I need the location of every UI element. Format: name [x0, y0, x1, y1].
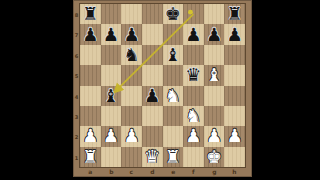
- square-a3[interactable]: [80, 106, 101, 126]
- squares-grid: ♜♚♜♟♟♟♟♟♟♞♝♛♝♝♟♞♞♟♟♟♟♟♟♜♛♜♚: [80, 4, 245, 167]
- square-g8[interactable]: [204, 4, 225, 24]
- file-label-f: f: [185, 168, 203, 177]
- square-f6[interactable]: [183, 45, 204, 65]
- piece-black-pawn[interactable]: ♟: [82, 25, 98, 43]
- square-g7[interactable]: ♟: [204, 24, 225, 44]
- square-d6[interactable]: [142, 45, 163, 65]
- piece-white-king[interactable]: ♚: [206, 147, 222, 165]
- piece-white-pawn[interactable]: ♟: [123, 127, 139, 145]
- piece-black-bishop[interactable]: ♝: [103, 86, 119, 104]
- square-g4[interactable]: [204, 86, 225, 106]
- file-label-a: a: [82, 168, 100, 177]
- square-c1[interactable]: [121, 147, 142, 167]
- piece-black-pawn[interactable]: ♟: [123, 25, 139, 43]
- piece-white-bishop[interactable]: ♝: [206, 66, 222, 84]
- square-g5[interactable]: ♝: [204, 65, 225, 85]
- square-d8[interactable]: [142, 4, 163, 24]
- square-b4[interactable]: ♝: [101, 86, 122, 106]
- square-d3[interactable]: [142, 106, 163, 126]
- piece-black-bishop[interactable]: ♝: [165, 45, 181, 63]
- piece-black-pawn[interactable]: ♟: [144, 86, 160, 104]
- square-a2[interactable]: ♟: [80, 126, 101, 146]
- piece-white-queen[interactable]: ♛: [144, 147, 160, 165]
- piece-black-rook[interactable]: ♜: [82, 5, 98, 23]
- piece-black-king[interactable]: ♚: [165, 5, 181, 23]
- rank-label-1: 1: [74, 148, 80, 165]
- square-e3[interactable]: [163, 106, 184, 126]
- rank-label-8: 8: [74, 6, 80, 23]
- file-label-h: h: [226, 168, 244, 177]
- rank-labels: 87654321: [73, 4, 80, 167]
- square-e5[interactable]: [163, 65, 184, 85]
- square-d7[interactable]: [142, 24, 163, 44]
- piece-black-pawn[interactable]: ♟: [185, 25, 201, 43]
- file-label-g: g: [205, 168, 223, 177]
- square-h2[interactable]: ♟: [224, 126, 245, 146]
- piece-white-pawn[interactable]: ♟: [82, 127, 98, 145]
- square-a4[interactable]: [80, 86, 101, 106]
- square-h8[interactable]: ♜: [224, 4, 245, 24]
- square-g3[interactable]: [204, 106, 225, 126]
- square-d1[interactable]: ♛: [142, 147, 163, 167]
- square-e6[interactable]: ♝: [163, 45, 184, 65]
- square-a6[interactable]: [80, 45, 101, 65]
- square-c8[interactable]: [121, 4, 142, 24]
- square-a7[interactable]: ♟: [80, 24, 101, 44]
- piece-black-rook[interactable]: ♜: [227, 5, 243, 23]
- piece-black-queen[interactable]: ♛: [185, 66, 201, 84]
- square-c7[interactable]: ♟: [121, 24, 142, 44]
- square-e8[interactable]: ♚: [163, 4, 184, 24]
- square-f1[interactable]: [183, 147, 204, 167]
- rank-label-2: 2: [74, 128, 80, 145]
- piece-black-pawn[interactable]: ♟: [103, 25, 119, 43]
- chess-app-background: 87654321 abcdefgh ♜♚♜♟♟♟♟♟♟♞♝♛♝♝♟♞♞♟♟♟♟♟…: [0, 0, 320, 180]
- square-f4[interactable]: [183, 86, 204, 106]
- square-b6[interactable]: [101, 45, 122, 65]
- chess-board: 87654321 abcdefgh ♜♚♜♟♟♟♟♟♟♞♝♛♝♝♟♞♞♟♟♟♟♟…: [73, 0, 252, 177]
- square-h4[interactable]: [224, 86, 245, 106]
- square-h1[interactable]: [224, 147, 245, 167]
- square-b5[interactable]: [101, 65, 122, 85]
- piece-white-pawn[interactable]: ♟: [103, 127, 119, 145]
- square-b3[interactable]: [101, 106, 122, 126]
- rank-label-3: 3: [74, 107, 80, 124]
- piece-white-pawn[interactable]: ♟: [227, 127, 243, 145]
- piece-black-knight[interactable]: ♞: [123, 45, 139, 63]
- piece-white-rook[interactable]: ♜: [82, 147, 98, 165]
- square-f5[interactable]: ♛: [183, 65, 204, 85]
- square-h7[interactable]: ♟: [224, 24, 245, 44]
- square-d5[interactable]: [142, 65, 163, 85]
- square-f3[interactable]: ♞: [183, 106, 204, 126]
- square-f7[interactable]: ♟: [183, 24, 204, 44]
- square-b7[interactable]: ♟: [101, 24, 122, 44]
- square-e2[interactable]: [163, 126, 184, 146]
- square-b2[interactable]: ♟: [101, 126, 122, 146]
- square-e4[interactable]: ♞: [163, 86, 184, 106]
- square-a1[interactable]: ♜: [80, 147, 101, 167]
- file-label-e: e: [164, 168, 182, 177]
- square-c5[interactable]: [121, 65, 142, 85]
- square-g6[interactable]: [204, 45, 225, 65]
- piece-white-knight[interactable]: ♞: [185, 107, 201, 125]
- piece-white-rook[interactable]: ♜: [165, 147, 181, 165]
- square-g1[interactable]: ♚: [204, 147, 225, 167]
- square-d2[interactable]: [142, 126, 163, 146]
- square-h3[interactable]: [224, 106, 245, 126]
- piece-white-pawn[interactable]: ♟: [185, 127, 201, 145]
- square-c3[interactable]: [121, 106, 142, 126]
- piece-white-pawn[interactable]: ♟: [206, 127, 222, 145]
- square-h5[interactable]: [224, 65, 245, 85]
- square-d4[interactable]: ♟: [142, 86, 163, 106]
- square-b8[interactable]: [101, 4, 122, 24]
- square-c2[interactable]: ♟: [121, 126, 142, 146]
- piece-black-pawn[interactable]: ♟: [227, 25, 243, 43]
- file-labels: abcdefgh: [80, 167, 245, 177]
- square-a5[interactable]: [80, 65, 101, 85]
- rank-label-7: 7: [74, 26, 80, 43]
- square-c6[interactable]: ♞: [121, 45, 142, 65]
- piece-black-pawn[interactable]: ♟: [206, 25, 222, 43]
- file-label-d: d: [143, 168, 161, 177]
- square-e7[interactable]: [163, 24, 184, 44]
- rank-label-5: 5: [74, 67, 80, 84]
- rank-label-6: 6: [74, 46, 80, 63]
- square-e1[interactable]: ♜: [163, 147, 184, 167]
- square-h6[interactable]: [224, 45, 245, 65]
- file-label-c: c: [123, 168, 141, 177]
- square-b1[interactable]: [101, 147, 122, 167]
- square-f8[interactable]: [183, 4, 204, 24]
- rank-label-4: 4: [74, 87, 80, 104]
- square-f2[interactable]: ♟: [183, 126, 204, 146]
- square-c4[interactable]: [121, 86, 142, 106]
- piece-white-knight[interactable]: ♞: [165, 86, 181, 104]
- square-g2[interactable]: ♟: [204, 126, 225, 146]
- square-a8[interactable]: ♜: [80, 4, 101, 24]
- file-label-b: b: [102, 168, 120, 177]
